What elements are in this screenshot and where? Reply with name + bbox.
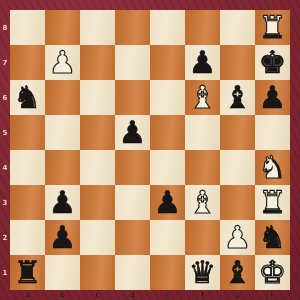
square-h5[interactable] (255, 115, 290, 150)
square-e1[interactable] (150, 255, 185, 290)
square-a1[interactable]: ♜ (10, 255, 45, 290)
square-f6[interactable]: ♝ (185, 80, 220, 115)
file-label-e: e (150, 290, 185, 300)
square-a8[interactable] (10, 10, 45, 45)
black-pawn-h6[interactable]: ♟ (259, 80, 287, 115)
square-d8[interactable] (115, 10, 150, 45)
square-d1[interactable] (115, 255, 150, 290)
square-h8[interactable]: ♜ (255, 10, 290, 45)
square-e8[interactable] (150, 10, 185, 45)
rank-label-5: 5 (0, 115, 10, 150)
square-g2[interactable]: ♟ (220, 220, 255, 255)
square-e4[interactable] (150, 150, 185, 185)
rank-label-8: 8 (0, 10, 10, 45)
square-e6[interactable] (150, 80, 185, 115)
file-label-h: h (255, 290, 290, 300)
white-bishop-f6[interactable]: ♝ (189, 80, 217, 115)
square-b2[interactable]: ♟ (45, 220, 80, 255)
black-pawn-d5[interactable]: ♟ (119, 115, 147, 150)
black-knight-h2[interactable]: ♞ (259, 220, 287, 255)
square-b4[interactable] (45, 150, 80, 185)
white-knight-h4[interactable]: ♞ (259, 150, 287, 185)
square-h3[interactable]: ♜ (255, 185, 290, 220)
black-pawn-b3[interactable]: ♟ (49, 185, 77, 220)
square-a7[interactable] (10, 45, 45, 80)
square-d2[interactable] (115, 220, 150, 255)
white-pawn-g2[interactable]: ♟ (224, 220, 252, 255)
black-king-h7[interactable]: ♚ (259, 45, 287, 80)
square-b8[interactable] (45, 10, 80, 45)
square-h6[interactable]: ♟ (255, 80, 290, 115)
square-c8[interactable] (80, 10, 115, 45)
square-f5[interactable] (185, 115, 220, 150)
square-a4[interactable] (10, 150, 45, 185)
square-c4[interactable] (80, 150, 115, 185)
file-label-d: d (115, 290, 150, 300)
square-a6[interactable]: ♞ (10, 80, 45, 115)
square-c3[interactable] (80, 185, 115, 220)
white-rook-h8[interactable]: ♜ (259, 10, 287, 45)
square-c5[interactable] (80, 115, 115, 150)
black-bishop-g6[interactable]: ♝ (224, 80, 252, 115)
square-f8[interactable] (185, 10, 220, 45)
square-c7[interactable] (80, 45, 115, 80)
square-f1[interactable]: ♛ (185, 255, 220, 290)
square-e7[interactable] (150, 45, 185, 80)
black-knight-a6[interactable]: ♞ (14, 80, 42, 115)
square-c1[interactable] (80, 255, 115, 290)
rank-labels: 87654321 (0, 10, 10, 290)
white-king-h1[interactable]: ♚ (259, 255, 287, 290)
square-g4[interactable] (220, 150, 255, 185)
black-pawn-e3[interactable]: ♟ (154, 185, 182, 220)
square-g6[interactable]: ♝ (220, 80, 255, 115)
file-label-c: c (80, 290, 115, 300)
square-b3[interactable]: ♟ (45, 185, 80, 220)
rank-label-7: 7 (0, 45, 10, 80)
board-frame: 87654321 abcdefgh ♜♟♟♚♞♝♝♟♟♞♟♟♝♜♟♟♞♜♛♝♚ (0, 0, 300, 300)
square-b6[interactable] (45, 80, 80, 115)
square-h7[interactable]: ♚ (255, 45, 290, 80)
square-a5[interactable] (10, 115, 45, 150)
black-rook-a1[interactable]: ♜ (14, 255, 42, 290)
black-queen-f1[interactable]: ♛ (189, 255, 217, 290)
square-f2[interactable] (185, 220, 220, 255)
square-h1[interactable]: ♚ (255, 255, 290, 290)
square-a3[interactable] (10, 185, 45, 220)
rank-label-6: 6 (0, 80, 10, 115)
rank-label-3: 3 (0, 185, 10, 220)
square-h4[interactable]: ♞ (255, 150, 290, 185)
white-bishop-f3[interactable]: ♝ (189, 185, 217, 220)
square-g3[interactable] (220, 185, 255, 220)
square-e2[interactable] (150, 220, 185, 255)
file-label-b: b (45, 290, 80, 300)
black-bishop-g1[interactable]: ♝ (224, 255, 252, 290)
rank-label-1: 1 (0, 255, 10, 290)
black-pawn-b2[interactable]: ♟ (49, 220, 77, 255)
square-b5[interactable] (45, 115, 80, 150)
square-d5[interactable]: ♟ (115, 115, 150, 150)
square-h2[interactable]: ♞ (255, 220, 290, 255)
square-f7[interactable]: ♟ (185, 45, 220, 80)
square-e3[interactable]: ♟ (150, 185, 185, 220)
square-d3[interactable] (115, 185, 150, 220)
file-labels: abcdefgh (10, 290, 290, 300)
rank-label-2: 2 (0, 220, 10, 255)
square-f4[interactable] (185, 150, 220, 185)
square-f3[interactable]: ♝ (185, 185, 220, 220)
square-c6[interactable] (80, 80, 115, 115)
square-a2[interactable] (10, 220, 45, 255)
square-d7[interactable] (115, 45, 150, 80)
square-b7[interactable]: ♟ (45, 45, 80, 80)
square-g1[interactable]: ♝ (220, 255, 255, 290)
chess-board: ♜♟♟♚♞♝♝♟♟♞♟♟♝♜♟♟♞♜♛♝♚ (10, 10, 290, 290)
square-d4[interactable] (115, 150, 150, 185)
file-label-f: f (185, 290, 220, 300)
square-g5[interactable] (220, 115, 255, 150)
square-c2[interactable] (80, 220, 115, 255)
white-rook-h3[interactable]: ♜ (259, 185, 287, 220)
square-d6[interactable] (115, 80, 150, 115)
square-g8[interactable] (220, 10, 255, 45)
square-e5[interactable] (150, 115, 185, 150)
file-label-g: g (220, 290, 255, 300)
white-pawn-b7[interactable]: ♟ (49, 45, 77, 80)
file-label-a: a (10, 290, 45, 300)
square-b1[interactable] (45, 255, 80, 290)
square-g7[interactable] (220, 45, 255, 80)
rank-label-4: 4 (0, 150, 10, 185)
black-pawn-f7[interactable]: ♟ (189, 45, 217, 80)
